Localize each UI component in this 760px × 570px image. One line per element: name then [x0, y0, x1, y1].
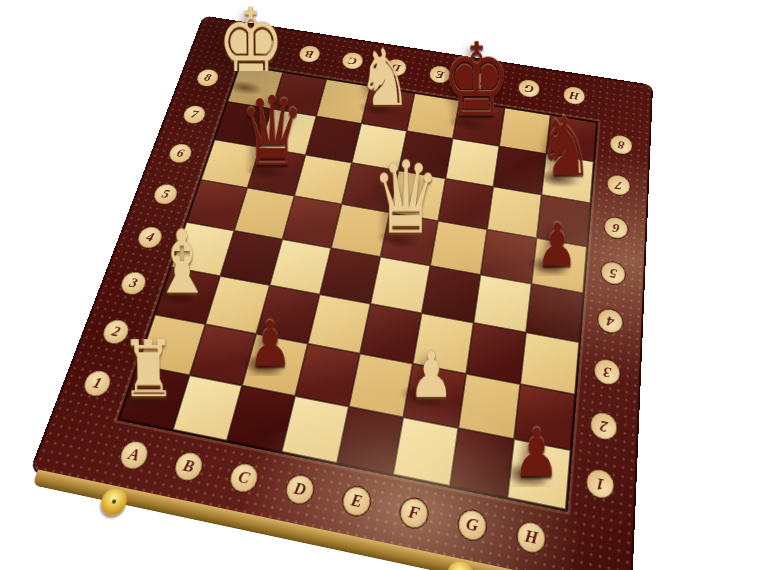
white-pawn[interactable]: ♟ — [393, 265, 471, 408]
black-king[interactable]: ♚ — [444, 10, 510, 132]
square-f1[interactable] — [393, 417, 458, 486]
rank-label-right-3: 3 — [593, 356, 622, 387]
white-knight[interactable]: ♞ — [352, 0, 417, 117]
square-d1[interactable] — [282, 396, 349, 463]
rank-label-right-1: 1 — [585, 466, 616, 502]
rank-label-left-6: 6 — [165, 142, 195, 166]
rank-label-right-8: 8 — [609, 133, 634, 156]
white-knight-glyph: ♞ — [358, 38, 412, 116]
black-queen[interactable]: ♛ — [238, 55, 306, 181]
file-label-bottom-e: E — [339, 483, 373, 519]
file-label-bottom-b: B — [171, 449, 207, 484]
rank-label-right-5: 5 — [600, 259, 627, 287]
file-label-bottom-h: H — [515, 519, 548, 557]
white-rook-glyph: ♜ — [120, 331, 176, 409]
rank-label-right-7: 7 — [606, 173, 632, 198]
white-pawn-glyph: ♟ — [409, 344, 454, 408]
file-label-bottom-d: D — [282, 472, 317, 508]
file-label-bottom-f: F — [397, 495, 431, 532]
rank-label-right-2: 2 — [589, 409, 619, 442]
photo-background: AABBCCDDEEFFGGHH1122334455667788♚♞♚♞♛♛♟♝… — [0, 0, 760, 570]
file-label-bottom-a: A — [116, 438, 153, 473]
black-pawn-h1[interactable]: ♟ — [496, 338, 579, 487]
file-label-bottom-c: C — [226, 460, 262, 495]
black-pawn-h5-glyph: ♟ — [536, 216, 578, 276]
black-pawn-h5[interactable]: ♟ — [521, 142, 594, 275]
rank-label-right-4: 4 — [596, 306, 624, 335]
black-pawn-c2[interactable]: ♟ — [231, 236, 308, 377]
square-e1[interactable] — [337, 407, 403, 475]
rank-label-right-6: 6 — [603, 215, 629, 241]
black-pawn-h1-glyph: ♟ — [513, 420, 560, 487]
white-queen-glyph: ♛ — [371, 148, 440, 248]
white-rook[interactable]: ♜ — [108, 266, 188, 409]
black-queen-glyph: ♛ — [239, 84, 306, 180]
black-pawn-c2-glyph: ♟ — [248, 313, 292, 376]
white-queen[interactable]: ♛ — [371, 118, 442, 249]
chess-board: AABBCCDDEEFFGGHH1122334455667788♚♞♚♞♛♛♟♝… — [32, 17, 652, 570]
rank-label-left-7: 7 — [180, 103, 209, 126]
black-king-glyph: ♚ — [441, 30, 511, 132]
file-label-bottom-g: G — [455, 507, 488, 544]
